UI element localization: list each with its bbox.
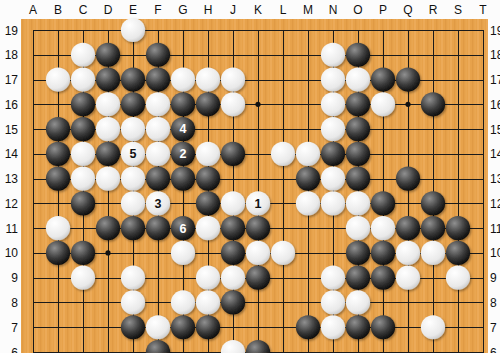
black-stone xyxy=(446,216,470,240)
white-stone xyxy=(346,290,370,314)
white-stone xyxy=(146,92,170,116)
black-stone-F17[interactable] xyxy=(146,67,170,91)
black-stone xyxy=(396,216,420,240)
white-stone xyxy=(146,117,170,141)
black-stone-G14[interactable]: 2 xyxy=(171,142,195,166)
column-label: S xyxy=(454,3,462,17)
black-stone-Q11[interactable] xyxy=(396,216,420,240)
white-stone-S9[interactable] xyxy=(446,266,470,290)
white-stone xyxy=(246,241,270,265)
black-stone-O10[interactable] xyxy=(346,241,370,265)
white-stone xyxy=(321,290,345,314)
column-label: A xyxy=(29,3,37,17)
black-stone xyxy=(46,142,70,166)
white-stone-D15[interactable] xyxy=(96,117,120,141)
black-stone-D11[interactable] xyxy=(96,216,120,240)
white-stone-R10[interactable] xyxy=(421,241,445,265)
white-stone xyxy=(121,266,145,290)
black-stone-E17[interactable] xyxy=(121,67,145,91)
white-stone-N12[interactable] xyxy=(321,191,345,215)
black-stone-C15[interactable] xyxy=(71,117,95,141)
white-stone-G17[interactable] xyxy=(171,67,195,91)
black-stone-O15[interactable] xyxy=(346,117,370,141)
white-stone-J12[interactable] xyxy=(221,191,245,215)
white-stone xyxy=(46,67,70,91)
move-number-label: 3 xyxy=(155,197,162,211)
white-stone xyxy=(121,18,145,42)
black-stone xyxy=(221,216,245,240)
row-label-right: 8 xyxy=(490,296,497,310)
white-stone xyxy=(321,92,345,116)
black-stone-H13[interactable] xyxy=(196,167,220,191)
white-stone xyxy=(71,67,95,91)
column-label: D xyxy=(104,3,113,17)
row-label-left: 11 xyxy=(6,222,19,236)
black-stone-B13[interactable] xyxy=(46,167,70,191)
white-stone xyxy=(321,315,345,339)
white-stone xyxy=(196,216,220,240)
black-stone xyxy=(446,241,470,265)
black-stone-G13[interactable] xyxy=(171,167,195,191)
black-stone xyxy=(71,191,95,215)
black-stone-G7[interactable] xyxy=(171,315,195,339)
white-stone xyxy=(171,67,195,91)
white-stone-E13[interactable] xyxy=(121,167,145,191)
row-label-left: 12 xyxy=(5,197,19,211)
white-stone-F16[interactable] xyxy=(146,92,170,116)
white-stone-E15[interactable] xyxy=(121,117,145,141)
white-stone-Q10[interactable] xyxy=(396,241,420,265)
black-stone xyxy=(121,216,145,240)
white-stone-C14[interactable] xyxy=(71,142,95,166)
white-stone xyxy=(296,142,320,166)
white-stone-P16[interactable] xyxy=(371,92,395,116)
white-stone xyxy=(171,241,195,265)
row-label-left: 14 xyxy=(5,147,19,161)
white-stone xyxy=(321,117,345,141)
white-stone xyxy=(71,167,95,191)
black-stone xyxy=(71,92,95,116)
black-stone-O16[interactable] xyxy=(346,92,370,116)
black-stone xyxy=(246,266,270,290)
move-number-label: 1 xyxy=(255,197,262,211)
row-label-right: 13 xyxy=(490,172,500,186)
white-stone xyxy=(421,241,445,265)
row-label-right: 19 xyxy=(490,24,500,38)
black-stone xyxy=(146,43,170,67)
row-label-left: 10 xyxy=(5,246,19,260)
black-stone xyxy=(221,290,245,314)
column-label: L xyxy=(280,3,287,17)
white-stone-K12[interactable]: 1 xyxy=(246,191,270,215)
black-stone-C10[interactable] xyxy=(71,241,95,265)
black-stone xyxy=(371,67,395,91)
white-stone-O11[interactable] xyxy=(346,216,370,240)
white-stone xyxy=(221,191,245,215)
black-stone xyxy=(46,241,70,265)
white-stone-K10[interactable] xyxy=(246,241,270,265)
white-stone-C18[interactable] xyxy=(71,43,95,67)
star-point xyxy=(255,102,260,107)
black-stone-P17[interactable] xyxy=(371,67,395,91)
black-stone-E7[interactable] xyxy=(121,315,145,339)
column-label: O xyxy=(353,3,362,17)
white-stone xyxy=(321,43,345,67)
black-stone-G15[interactable]: 4 xyxy=(171,117,195,141)
black-stone-P9[interactable] xyxy=(371,266,395,290)
black-stone xyxy=(171,167,195,191)
black-stone-B15[interactable] xyxy=(46,117,70,141)
black-stone xyxy=(71,241,95,265)
white-stone-J9[interactable] xyxy=(221,266,245,290)
white-stone xyxy=(321,266,345,290)
black-stone-H7[interactable] xyxy=(196,315,220,339)
black-stone-J14[interactable] xyxy=(221,142,245,166)
black-stone xyxy=(96,216,120,240)
column-label: C xyxy=(79,3,88,17)
white-stone-N18[interactable] xyxy=(321,43,345,67)
white-stone-C9[interactable] xyxy=(71,266,95,290)
white-stone-F12[interactable]: 3 xyxy=(146,191,170,215)
row-label-left: 6 xyxy=(11,346,18,353)
black-stone-F18[interactable] xyxy=(146,43,170,67)
white-stone-E12[interactable] xyxy=(121,191,145,215)
black-stone-Q17[interactable] xyxy=(396,67,420,91)
white-stone xyxy=(371,216,395,240)
white-stone-L10[interactable] xyxy=(271,241,295,265)
white-stone xyxy=(221,67,245,91)
white-stone-H9[interactable] xyxy=(196,266,220,290)
column-label: M xyxy=(303,3,313,17)
white-stone-M14[interactable] xyxy=(296,142,320,166)
black-stone xyxy=(371,191,395,215)
black-stone-E11[interactable] xyxy=(121,216,145,240)
white-stone-E9[interactable] xyxy=(121,266,145,290)
black-stone xyxy=(346,315,370,339)
black-stone xyxy=(46,117,70,141)
black-stone xyxy=(171,315,195,339)
black-stone-N14[interactable] xyxy=(321,142,345,166)
star-point xyxy=(105,250,110,255)
black-stone-R11[interactable] xyxy=(421,216,445,240)
row-label-right: 15 xyxy=(490,123,500,137)
column-label: K xyxy=(254,3,262,17)
white-stone-R7[interactable] xyxy=(421,315,445,339)
black-stone-R16[interactable] xyxy=(421,92,445,116)
black-stone-H16[interactable] xyxy=(196,92,220,116)
black-stone xyxy=(396,167,420,191)
black-stone xyxy=(121,92,145,116)
white-stone xyxy=(121,117,145,141)
black-stone-P10[interactable] xyxy=(371,241,395,265)
white-stone-J16[interactable] xyxy=(221,92,245,116)
white-stone-H11[interactable] xyxy=(196,216,220,240)
black-stone xyxy=(221,142,245,166)
black-stone-O14[interactable] xyxy=(346,142,370,166)
white-stone-N9[interactable] xyxy=(321,266,345,290)
white-stone-Q9[interactable] xyxy=(396,266,420,290)
row-label-right: 16 xyxy=(490,98,500,112)
black-stone xyxy=(96,43,120,67)
white-stone xyxy=(196,266,220,290)
black-stone xyxy=(196,92,220,116)
row-label-left: 16 xyxy=(5,98,19,112)
white-stone xyxy=(146,142,170,166)
move-number-label: 6 xyxy=(180,222,187,236)
white-stone xyxy=(71,43,95,67)
white-stone-C13[interactable] xyxy=(71,167,95,191)
black-stone-F13[interactable] xyxy=(146,167,170,191)
white-stone-H8[interactable] xyxy=(196,290,220,314)
white-stone xyxy=(96,167,120,191)
black-stone xyxy=(421,92,445,116)
black-stone xyxy=(71,117,95,141)
white-stone-B11[interactable] xyxy=(46,216,70,240)
row-label-left: 8 xyxy=(11,296,18,310)
row-label-right: 11 xyxy=(490,222,500,236)
white-stone xyxy=(421,315,445,339)
row-label-right: 6 xyxy=(490,346,497,353)
column-label: F xyxy=(154,3,161,17)
black-stone xyxy=(146,67,170,91)
white-stone-O12[interactable] xyxy=(346,191,370,215)
column-label: G xyxy=(178,3,187,17)
row-label-left: 17 xyxy=(5,73,19,87)
black-stone xyxy=(221,241,245,265)
black-stone-E16[interactable] xyxy=(121,92,145,116)
black-stone-S11[interactable] xyxy=(446,216,470,240)
white-stone-G10[interactable] xyxy=(171,241,195,265)
black-stone-D17[interactable] xyxy=(96,67,120,91)
column-label: P xyxy=(379,3,387,17)
black-stone xyxy=(321,142,345,166)
white-stone xyxy=(321,167,345,191)
black-stone-D14[interactable] xyxy=(96,142,120,166)
row-label-right: 7 xyxy=(490,321,497,335)
black-stone xyxy=(121,67,145,91)
row-label-right: 18 xyxy=(490,48,500,62)
black-stone-O18[interactable] xyxy=(346,43,370,67)
black-stone xyxy=(346,241,370,265)
black-stone xyxy=(46,167,70,191)
black-stone xyxy=(96,142,120,166)
white-stone xyxy=(46,216,70,240)
white-stone xyxy=(296,191,320,215)
black-stone xyxy=(346,167,370,191)
black-stone xyxy=(146,216,170,240)
black-stone xyxy=(196,191,220,215)
black-stone-Q13[interactable] xyxy=(396,167,420,191)
go-board[interactable]: ABCDEFGHJKLMNOPQRST191918181717161615151… xyxy=(0,0,500,353)
black-stone-P7[interactable] xyxy=(371,315,395,339)
white-stone-N16[interactable] xyxy=(321,92,345,116)
white-stone-O17[interactable] xyxy=(346,67,370,91)
black-stone-J11[interactable] xyxy=(221,216,245,240)
white-stone-F15[interactable] xyxy=(146,117,170,141)
white-stone-O8[interactable] xyxy=(346,290,370,314)
black-stone xyxy=(196,315,220,339)
white-stone-E14[interactable]: 5 xyxy=(121,142,145,166)
white-stone-N15[interactable] xyxy=(321,117,345,141)
white-stone-N8[interactable] xyxy=(321,290,345,314)
white-stone xyxy=(271,142,295,166)
black-stone xyxy=(296,167,320,191)
black-stone xyxy=(196,167,220,191)
white-stone-N13[interactable] xyxy=(321,167,345,191)
black-stone-O13[interactable] xyxy=(346,167,370,191)
row-label-left: 7 xyxy=(11,321,18,335)
move-number-label: 2 xyxy=(180,147,187,161)
white-stone xyxy=(321,67,345,91)
white-stone xyxy=(271,241,295,265)
black-stone xyxy=(146,167,170,191)
white-stone xyxy=(196,290,220,314)
star-point xyxy=(405,102,410,107)
white-stone-B17[interactable] xyxy=(46,67,70,91)
black-stone-J10[interactable] xyxy=(221,241,245,265)
black-stone-D18[interactable] xyxy=(96,43,120,67)
row-label-right: 10 xyxy=(490,246,500,260)
row-label-left: 18 xyxy=(5,48,19,62)
black-stone-B14[interactable] xyxy=(46,142,70,166)
white-stone-D16[interactable] xyxy=(96,92,120,116)
white-stone-L14[interactable] xyxy=(271,142,295,166)
white-stone xyxy=(346,67,370,91)
black-stone-P12[interactable] xyxy=(371,191,395,215)
black-stone-B10[interactable] xyxy=(46,241,70,265)
white-stone-D13[interactable] xyxy=(96,167,120,191)
black-stone-M13[interactable] xyxy=(296,167,320,191)
column-label: E xyxy=(129,3,137,17)
black-stone xyxy=(421,216,445,240)
black-stone-R12[interactable] xyxy=(421,191,445,215)
row-label-right: 14 xyxy=(490,147,500,161)
white-stone-C17[interactable] xyxy=(71,67,95,91)
white-stone xyxy=(321,191,345,215)
black-stone xyxy=(346,266,370,290)
row-label-left: 13 xyxy=(5,172,19,186)
white-stone xyxy=(371,92,395,116)
black-stone-G16[interactable] xyxy=(171,92,195,116)
white-stone-E8[interactable] xyxy=(121,290,145,314)
white-stone xyxy=(121,167,145,191)
black-stone xyxy=(371,241,395,265)
row-label-right: 12 xyxy=(490,197,500,211)
white-stone xyxy=(171,290,195,314)
black-stone xyxy=(346,142,370,166)
white-stone xyxy=(221,92,245,116)
white-stone-H17[interactable] xyxy=(196,67,220,91)
white-stone xyxy=(346,216,370,240)
white-stone xyxy=(221,266,245,290)
white-stone-F14[interactable] xyxy=(146,142,170,166)
white-stone-F7[interactable] xyxy=(146,315,170,339)
white-stone xyxy=(121,191,145,215)
black-stone-F11[interactable] xyxy=(146,216,170,240)
black-stone xyxy=(421,191,445,215)
column-label: N xyxy=(329,3,338,17)
move-number-label: 5 xyxy=(130,147,137,161)
black-stone-J8[interactable] xyxy=(221,290,245,314)
white-stone xyxy=(96,117,120,141)
white-stone xyxy=(396,241,420,265)
black-stone-S10[interactable] xyxy=(446,241,470,265)
row-label-right: 17 xyxy=(490,73,500,87)
black-stone xyxy=(346,92,370,116)
black-stone xyxy=(171,92,195,116)
white-stone-G8[interactable] xyxy=(171,290,195,314)
black-stone xyxy=(296,315,320,339)
white-stone xyxy=(196,142,220,166)
row-label-left: 9 xyxy=(11,271,18,285)
white-stone-N7[interactable] xyxy=(321,315,345,339)
white-stone-M12[interactable] xyxy=(296,191,320,215)
black-stone-K9[interactable] xyxy=(246,266,270,290)
white-stone xyxy=(121,290,145,314)
column-label: T xyxy=(479,3,487,17)
black-stone xyxy=(246,216,270,240)
white-stone xyxy=(446,266,470,290)
white-stone xyxy=(96,92,120,116)
black-stone-O7[interactable] xyxy=(346,315,370,339)
move-number-label: 4 xyxy=(180,122,187,136)
white-stone xyxy=(196,67,220,91)
white-stone-E19[interactable] xyxy=(121,18,145,42)
column-label: R xyxy=(429,3,438,17)
go-board-frame: ABCDEFGHJKLMNOPQRST191918181717161615151… xyxy=(0,0,500,353)
black-stone xyxy=(96,67,120,91)
column-label: B xyxy=(54,3,62,17)
black-stone-C16[interactable] xyxy=(71,92,95,116)
row-label-right: 9 xyxy=(490,271,497,285)
column-label: J xyxy=(230,3,236,17)
row-label-left: 15 xyxy=(5,123,19,137)
black-stone-C12[interactable] xyxy=(71,191,95,215)
white-stone-J17[interactable] xyxy=(221,67,245,91)
black-stone xyxy=(371,266,395,290)
white-stone xyxy=(346,191,370,215)
white-stone xyxy=(396,266,420,290)
black-stone-K11[interactable] xyxy=(246,216,270,240)
black-stone xyxy=(396,67,420,91)
column-label: H xyxy=(204,3,213,17)
white-stone xyxy=(146,315,170,339)
black-stone-M7[interactable] xyxy=(296,315,320,339)
row-label-left: 19 xyxy=(5,24,19,38)
black-stone xyxy=(346,117,370,141)
white-stone-P11[interactable] xyxy=(371,216,395,240)
black-stone xyxy=(346,43,370,67)
black-stone-G11[interactable]: 6 xyxy=(171,216,195,240)
black-stone-O9[interactable] xyxy=(346,266,370,290)
white-stone-H14[interactable] xyxy=(196,142,220,166)
black-stone-H12[interactable] xyxy=(196,191,220,215)
white-stone-N17[interactable] xyxy=(321,67,345,91)
column-label: Q xyxy=(403,3,412,17)
black-stone xyxy=(371,315,395,339)
black-stone xyxy=(121,315,145,339)
white-stone xyxy=(71,266,95,290)
white-stone xyxy=(71,142,95,166)
